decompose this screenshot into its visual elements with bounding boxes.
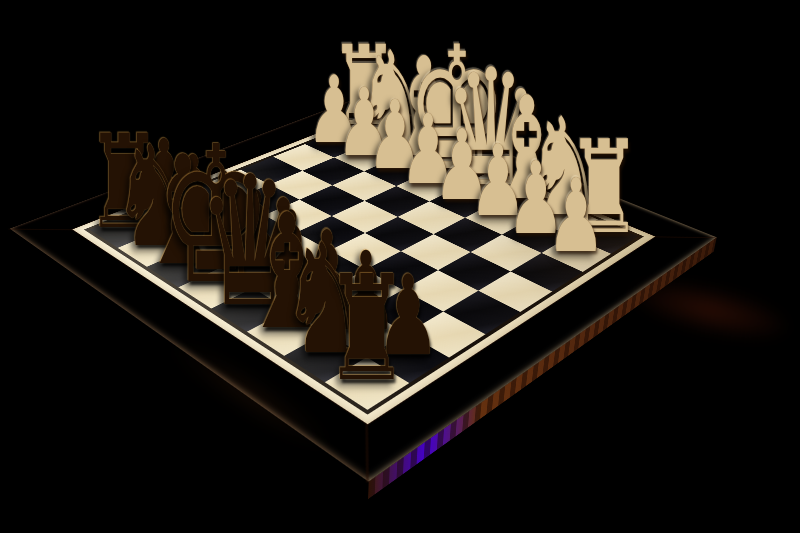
rosewood-frame — [10, 96, 717, 482]
chess-board — [10, 96, 717, 482]
square-a7 — [367, 333, 449, 383]
maple-margin — [73, 115, 656, 424]
square-b8 — [284, 332, 367, 382]
square-b6 — [366, 290, 443, 334]
square-e7 — [220, 249, 293, 288]
square-d5 — [330, 233, 401, 269]
square-b5 — [403, 270, 478, 311]
square-b4 — [438, 252, 510, 291]
square-b3 — [471, 235, 541, 271]
chess-set-photograph: ♜♞♝♚♛♝♞♜♟♟♟♟♟♟♟♟♟♟♟♟♟♟♟♟♜♞♝♚♛♝♞♜ — [0, 0, 800, 533]
square-d8 — [211, 288, 288, 332]
square-e8 — [178, 268, 253, 309]
square-f7 — [188, 231, 259, 267]
square-a3 — [510, 253, 582, 292]
square-c7 — [289, 289, 366, 333]
square-g8 — [117, 230, 188, 266]
square-f8 — [147, 249, 220, 288]
perspective-wrapper — [0, 0, 800, 533]
square-c6 — [328, 269, 403, 310]
miter-joint — [365, 415, 369, 483]
square-a2 — [541, 236, 611, 272]
square-d6 — [293, 250, 366, 289]
square-c4 — [401, 234, 471, 270]
square-a4 — [478, 271, 553, 312]
square-a8 — [324, 357, 409, 410]
square-c8 — [247, 309, 327, 355]
square-a5 — [443, 290, 520, 334]
square-a6 — [406, 311, 486, 357]
square-e6 — [259, 232, 330, 268]
camera-roll-wrapper — [0, 0, 800, 533]
miter-joint — [9, 229, 84, 231]
squares-grid — [84, 119, 644, 415]
square-b7 — [326, 310, 406, 356]
square-d7 — [253, 268, 328, 309]
square-c5 — [366, 251, 439, 290]
